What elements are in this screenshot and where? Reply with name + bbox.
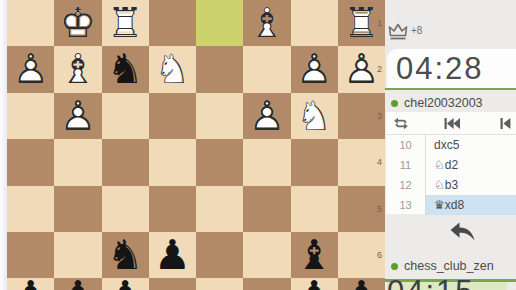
online-dot [391, 100, 398, 107]
square-d1[interactable] [196, 0, 243, 46]
square-c3[interactable]: ♟♙ [243, 93, 290, 139]
black-pawn: ♟ [7, 273, 54, 290]
square-b7[interactable]: ♟ [291, 278, 338, 290]
move-Nd2[interactable]: ♘d2 [426, 155, 516, 175]
move-number: 10 [386, 135, 426, 155]
white-bishop: ♗ [54, 46, 101, 92]
queen-crown-icon [387, 22, 409, 40]
square-h4[interactable] [7, 139, 54, 185]
skip-to-start-icon [444, 118, 460, 129]
square-b2[interactable]: ♟♙ [291, 46, 338, 92]
square-b4[interactable] [291, 139, 338, 185]
square-e3[interactable] [149, 93, 196, 139]
white-rook: ♖ [102, 0, 149, 46]
move-number: 13 [386, 195, 426, 215]
move-row: 11♘d2 [386, 155, 516, 175]
player-bottom-name: chess_club_zen [404, 259, 494, 273]
white-pawn: ♙ [54, 93, 101, 139]
square-c4[interactable] [243, 139, 290, 185]
move-Qxd8[interactable]: ♛xd8 [426, 195, 516, 215]
square-b1[interactable] [291, 0, 338, 46]
white-knight: ♘ [291, 93, 338, 139]
game-sidebar: +8 04:28 chel20032003 [385, 0, 516, 290]
move-number: 11 [386, 155, 426, 175]
left-panel-edge [0, 0, 7, 290]
top-player-clock: 04:28 [387, 49, 516, 88]
square-d2[interactable] [196, 46, 243, 92]
move-Nb3[interactable]: ♘b3 [426, 175, 516, 195]
player-bottom[interactable]: chess_club_zen [391, 256, 494, 276]
square-e2[interactable]: ♞♘ [149, 46, 196, 92]
skip-to-start-button[interactable] [442, 112, 462, 134]
square-b5[interactable] [291, 186, 338, 232]
step-back-icon [500, 118, 511, 129]
move-row: 10dxc5 [386, 135, 516, 155]
divider-green-top [385, 88, 516, 91]
square-f3[interactable] [102, 93, 149, 139]
square-a7[interactable]: ♟ [338, 278, 385, 290]
online-dot [391, 263, 398, 270]
white-pawn: ♙ [291, 46, 338, 92]
flip-board-icon [394, 117, 408, 130]
square-b3[interactable]: ♞♘ [291, 93, 338, 139]
square-f1[interactable]: ♜♖ [102, 0, 149, 46]
square-c7[interactable] [243, 278, 290, 290]
white-knight: ♘ [149, 46, 196, 92]
square-e7[interactable] [149, 278, 196, 290]
black-pawn: ♟ [54, 273, 101, 290]
move-list: 10dxc511♘d212♘b313♛xd8 [386, 135, 516, 215]
player-top-name: chel20032003 [404, 96, 483, 110]
takeback-button[interactable] [449, 221, 476, 246]
black-pawn: ♟ [291, 273, 338, 290]
black-pawn: ♟ [102, 273, 149, 290]
move-row: 12♘b3 [386, 175, 516, 195]
move-row: 13♛xd8 [386, 195, 516, 215]
square-c2[interactable] [243, 46, 290, 92]
white-bishop: ♗ [243, 0, 290, 46]
step-back-button[interactable] [498, 112, 512, 134]
material-value: +8 [411, 25, 422, 36]
white-pawn: ♙ [7, 46, 54, 92]
material-advantage: +8 [387, 21, 422, 41]
square-e5[interactable] [149, 186, 196, 232]
square-g1[interactable]: ♚♔ [54, 0, 101, 46]
square-d6[interactable] [196, 232, 243, 278]
square-h2[interactable]: ♟♙ [7, 46, 54, 92]
square-d7[interactable] [196, 278, 243, 290]
square-g5[interactable] [54, 186, 101, 232]
square-c1[interactable]: ♝♗ [243, 0, 290, 46]
player-top[interactable]: chel20032003 [391, 93, 483, 113]
square-d5[interactable] [196, 186, 243, 232]
rank-label-2: 2 [368, 64, 382, 74]
square-h7[interactable]: ♟ [7, 278, 54, 290]
move-dxc5[interactable]: dxc5 [426, 135, 516, 155]
square-g2[interactable]: ♝♗ [54, 46, 101, 92]
white-king: ♔ [54, 0, 101, 46]
square-d3[interactable] [196, 93, 243, 139]
square-h5[interactable] [7, 186, 54, 232]
square-e4[interactable] [149, 139, 196, 185]
square-d4[interactable] [196, 139, 243, 185]
square-e1[interactable] [149, 0, 196, 46]
move-number: 12 [386, 175, 426, 195]
square-e6[interactable]: ♟ [149, 232, 196, 278]
rank-label-1: 1 [368, 18, 382, 28]
rank-label-4: 4 [368, 157, 382, 167]
takeback-arrow-icon [449, 221, 476, 242]
square-f7[interactable]: ♟ [102, 278, 149, 290]
moves-panel: 10dxc511♘d212♘b313♛xd8 [386, 112, 516, 214]
square-g7[interactable]: ♟ [54, 278, 101, 290]
white-pawn: ♙ [243, 93, 290, 139]
square-f2[interactable]: ♞ [102, 46, 149, 92]
square-c5[interactable] [243, 186, 290, 232]
chess-board[interactable]: ♚♔♜♖♝♗♜♖♟♙♝♗♞♞♘♟♙♟♙♟♙♟♙♞♘♞♟♝♟♟♟♟♟ 123456 [7, 0, 385, 290]
black-pawn: ♟ [338, 273, 385, 290]
black-pawn: ♟ [149, 232, 196, 278]
rank-label-3: 3 [368, 111, 382, 121]
rank-label-5: 5 [368, 204, 382, 214]
lichess-tv-embed: ♚♔♜♖♝♗♜♖♟♙♝♗♞♞♘♟♙♟♙♟♙♟♙♞♘♞♟♝♟♟♟♟♟ 123456… [0, 0, 516, 290]
square-h1[interactable] [7, 0, 54, 46]
square-f4[interactable] [102, 139, 149, 185]
bottom-player-clock: 04:15 [387, 282, 507, 290]
replay-controls [386, 112, 516, 135]
rank-label-6: 6 [368, 250, 382, 260]
square-g4[interactable] [54, 139, 101, 185]
black-knight: ♞ [102, 46, 149, 92]
square-f5[interactable] [102, 186, 149, 232]
square-g3[interactable]: ♟♙ [54, 93, 101, 139]
square-c6[interactable] [243, 232, 290, 278]
square-h3[interactable] [7, 93, 54, 139]
flip-board-button[interactable] [392, 112, 410, 134]
